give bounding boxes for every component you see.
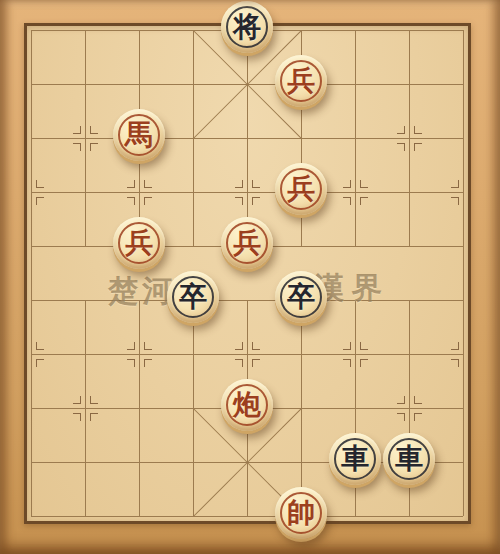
grid-line-v bbox=[85, 30, 86, 246]
piece-glyph: 将 bbox=[233, 13, 261, 41]
point-marker-corner bbox=[343, 197, 351, 205]
piece-glyph: 車 bbox=[341, 445, 369, 473]
point-marker-corner bbox=[90, 413, 98, 421]
point-marker-corner bbox=[343, 342, 351, 350]
board-grid: 将兵馬兵兵兵卒卒炮車車帥 bbox=[0, 0, 500, 554]
point-marker-corner bbox=[397, 126, 405, 134]
point-marker-corner bbox=[144, 180, 152, 188]
piece-glyph: 馬 bbox=[125, 121, 153, 149]
point-marker-corner bbox=[451, 197, 459, 205]
point-marker-corner bbox=[73, 396, 81, 404]
point-marker-corner bbox=[252, 342, 260, 350]
point-marker-corner bbox=[36, 342, 44, 350]
grid-line-v bbox=[85, 300, 86, 516]
point-marker-corner bbox=[144, 359, 152, 367]
point-marker-corner bbox=[127, 342, 135, 350]
point-marker-corner bbox=[451, 342, 459, 350]
piece-glyph: 帥 bbox=[287, 499, 315, 527]
point-marker-corner bbox=[127, 359, 135, 367]
point-marker-corner bbox=[73, 126, 81, 134]
point-marker-corner bbox=[36, 197, 44, 205]
point-marker-corner bbox=[235, 342, 243, 350]
piece-red-soldier-4[interactable]: 兵 bbox=[221, 217, 273, 269]
piece-red-soldier-1[interactable]: 兵 bbox=[275, 55, 327, 107]
point-marker-corner bbox=[451, 180, 459, 188]
point-marker-corner bbox=[127, 180, 135, 188]
point-marker-corner bbox=[144, 197, 152, 205]
grid-line-v bbox=[247, 30, 248, 246]
point-marker-corner bbox=[252, 359, 260, 367]
point-marker-corner bbox=[73, 143, 81, 151]
point-marker-corner bbox=[235, 359, 243, 367]
point-marker-corner bbox=[360, 180, 368, 188]
point-marker-corner bbox=[451, 359, 459, 367]
grid-line-v bbox=[139, 300, 140, 516]
point-marker-corner bbox=[235, 197, 243, 205]
piece-glyph: 炮 bbox=[233, 391, 261, 419]
point-marker-corner bbox=[343, 180, 351, 188]
xiangqi-app: 楚河 漢界 将兵馬兵兵兵卒卒炮車車帥 bbox=[0, 0, 500, 554]
point-marker-corner bbox=[360, 359, 368, 367]
point-marker-corner bbox=[414, 413, 422, 421]
point-marker-corner bbox=[252, 197, 260, 205]
point-marker-corner bbox=[73, 413, 81, 421]
piece-black-chariot-1[interactable]: 車 bbox=[329, 433, 381, 485]
piece-red-general[interactable]: 帥 bbox=[275, 487, 327, 539]
piece-black-soldier-2[interactable]: 卒 bbox=[275, 271, 327, 323]
piece-red-soldier-2[interactable]: 兵 bbox=[275, 163, 327, 215]
piece-glyph: 兵 bbox=[287, 67, 315, 95]
point-marker-corner bbox=[397, 396, 405, 404]
point-marker-corner bbox=[397, 413, 405, 421]
grid-line-h bbox=[31, 516, 463, 517]
point-marker-corner bbox=[360, 342, 368, 350]
piece-glyph: 兵 bbox=[125, 229, 153, 257]
point-marker-corner bbox=[127, 197, 135, 205]
river-label-left: 楚河 bbox=[108, 271, 176, 312]
point-marker-corner bbox=[90, 143, 98, 151]
grid-line-v bbox=[355, 30, 356, 246]
piece-glyph: 兵 bbox=[287, 175, 315, 203]
piece-black-chariot-2[interactable]: 車 bbox=[383, 433, 435, 485]
piece-red-cannon[interactable]: 炮 bbox=[221, 379, 273, 431]
piece-glyph: 車 bbox=[395, 445, 423, 473]
piece-glyph: 卒 bbox=[179, 283, 207, 311]
point-marker-corner bbox=[414, 396, 422, 404]
point-marker-corner bbox=[252, 180, 260, 188]
piece-glyph: 兵 bbox=[233, 229, 261, 257]
point-marker-corner bbox=[90, 396, 98, 404]
piece-red-soldier-3[interactable]: 兵 bbox=[113, 217, 165, 269]
point-marker-corner bbox=[235, 180, 243, 188]
point-marker-corner bbox=[360, 197, 368, 205]
point-marker-corner bbox=[397, 143, 405, 151]
piece-black-soldier-1[interactable]: 卒 bbox=[167, 271, 219, 323]
grid-line-v bbox=[463, 30, 464, 516]
grid-line-v bbox=[409, 30, 410, 246]
grid-line-v bbox=[31, 30, 32, 516]
piece-red-horse[interactable]: 馬 bbox=[113, 109, 165, 161]
point-marker-corner bbox=[343, 359, 351, 367]
point-marker-corner bbox=[414, 126, 422, 134]
point-marker-corner bbox=[144, 342, 152, 350]
piece-glyph: 卒 bbox=[287, 283, 315, 311]
point-marker-corner bbox=[36, 359, 44, 367]
point-marker-corner bbox=[36, 180, 44, 188]
piece-black-general[interactable]: 将 bbox=[221, 1, 273, 53]
point-marker-corner bbox=[414, 143, 422, 151]
point-marker-corner bbox=[90, 126, 98, 134]
